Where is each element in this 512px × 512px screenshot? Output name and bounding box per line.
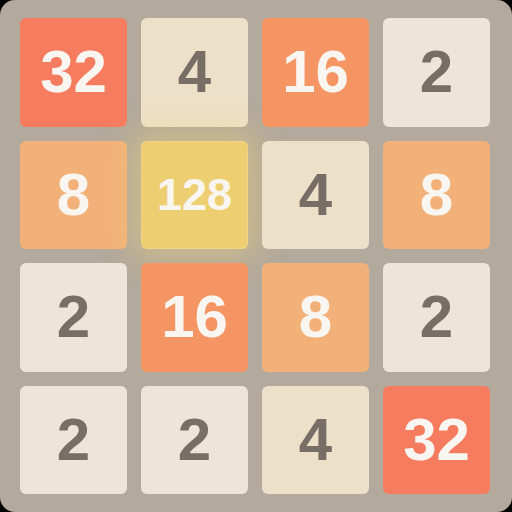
tile-r2c4-value-8: 8 — [383, 141, 490, 250]
tile-r3c3-value-8: 8 — [262, 263, 369, 372]
tile-r1c4-value-2: 2 — [383, 18, 490, 127]
game-screen: 3241628128482168222432 — [0, 0, 512, 512]
tile-r4c1-value-2: 2 — [20, 386, 127, 495]
tile-r1c1-value-32: 32 — [20, 18, 127, 127]
tile-r4c3-value-4: 4 — [262, 386, 369, 495]
tile-r2c1-value-8: 8 — [20, 141, 127, 250]
tile-r1c3-value-16: 16 — [262, 18, 369, 127]
tile-r3c2-value-16: 16 — [141, 263, 248, 372]
tile-r2c2-value-128: 128 — [141, 141, 248, 250]
tile-r3c1-value-2: 2 — [20, 263, 127, 372]
board-grid[interactable]: 3241628128482168222432 — [0, 0, 512, 512]
tile-r1c2-value-4: 4 — [141, 18, 248, 127]
tile-r3c4-value-2: 2 — [383, 263, 490, 372]
tile-r4c4-value-32: 32 — [383, 386, 490, 495]
tile-r4c2-value-2: 2 — [141, 386, 248, 495]
tile-r2c3-value-4: 4 — [262, 141, 369, 250]
